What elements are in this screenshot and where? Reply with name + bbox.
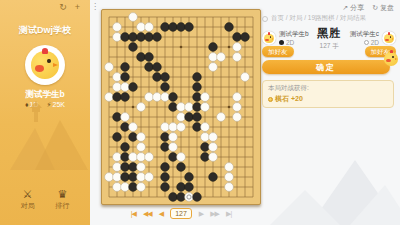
black-stone bbox=[121, 93, 130, 102]
right-player-avatar bbox=[382, 31, 396, 45]
black-stone bbox=[201, 153, 210, 162]
black-stone bbox=[177, 163, 186, 172]
black-stone bbox=[113, 93, 122, 102]
star-point bbox=[228, 106, 231, 109]
black-stone bbox=[193, 93, 202, 102]
white-stone bbox=[137, 173, 146, 182]
white-stone bbox=[169, 133, 178, 142]
white-stone bbox=[161, 93, 170, 102]
white-stone bbox=[145, 173, 154, 182]
white-stone bbox=[209, 133, 218, 142]
black-stone bbox=[145, 63, 154, 72]
sidebar-item-label: 排行 bbox=[55, 201, 69, 211]
move-number[interactable]: 127 bbox=[170, 208, 192, 219]
review-icon: ↻ bbox=[372, 4, 378, 11]
black-stone bbox=[177, 193, 186, 202]
white-stone bbox=[113, 163, 122, 172]
black-stone bbox=[121, 173, 130, 182]
left-player: 测试学生b 2D bbox=[262, 30, 309, 46]
white-stone bbox=[169, 143, 178, 152]
chicken-mascot-icon bbox=[31, 51, 58, 78]
white-stone bbox=[121, 113, 130, 122]
peeking-chicken-icon bbox=[384, 52, 398, 66]
black-stone bbox=[177, 23, 186, 32]
black-stone bbox=[185, 113, 194, 122]
black-stone bbox=[153, 73, 162, 82]
black-stone bbox=[161, 143, 170, 152]
black-stone bbox=[113, 133, 122, 142]
white-stone bbox=[233, 113, 242, 122]
black-stone bbox=[121, 163, 130, 172]
white-stone bbox=[129, 13, 138, 22]
star-point bbox=[180, 46, 183, 49]
black-stone bbox=[161, 133, 170, 142]
white-stone bbox=[185, 193, 194, 202]
black-stone bbox=[129, 183, 138, 192]
sidebar-mountain-art bbox=[0, 100, 90, 180]
white-stone bbox=[137, 163, 146, 172]
reward-box: 本局对战获得: 棋石 +20 bbox=[262, 80, 394, 108]
move-controls: |◀ ◀◀ ◀ 127 ▶ ▶▶ ▶| bbox=[101, 208, 261, 219]
black-stone bbox=[233, 33, 242, 42]
black-stone bbox=[169, 153, 178, 162]
white-stone bbox=[209, 143, 218, 152]
black-stone bbox=[169, 93, 178, 102]
black-stone bbox=[129, 33, 138, 42]
black-stone bbox=[201, 143, 210, 152]
white-stone bbox=[225, 163, 234, 172]
white-stone bbox=[177, 113, 186, 122]
black-stone bbox=[209, 173, 218, 182]
main-area: ⋮ |◀ ◀◀ ◀ 127 ▶ ▶▶ ▶| ↗ 分享 ↻ 复盘 首页 / 对局 … bbox=[90, 0, 400, 225]
last-move-button[interactable]: ▶| bbox=[226, 210, 231, 217]
white-stone bbox=[105, 93, 114, 102]
left-player-name: 测试学生b bbox=[279, 30, 309, 38]
black-stone bbox=[185, 183, 194, 192]
panel-toggle-handle[interactable]: ⋮ bbox=[91, 2, 99, 11]
black-stone bbox=[121, 33, 130, 42]
left-player-avatar bbox=[262, 31, 276, 45]
black-stone bbox=[161, 183, 170, 192]
friend-buttons-row: 加好友 加好友 bbox=[262, 46, 396, 57]
white-stone bbox=[137, 23, 146, 32]
share-icon: ↗ bbox=[342, 4, 348, 11]
add-icon[interactable]: + bbox=[75, 3, 80, 12]
white-stone bbox=[201, 133, 210, 142]
share-link[interactable]: ↗ 分享 bbox=[342, 3, 364, 13]
white-stone bbox=[113, 183, 122, 192]
review-link[interactable]: ↻ 复盘 bbox=[372, 3, 394, 13]
white-stone bbox=[225, 183, 234, 192]
chicken-avatar-icon bbox=[384, 34, 394, 44]
white-stone bbox=[113, 153, 122, 162]
back-10-button[interactable]: ◀◀ bbox=[143, 210, 152, 217]
white-stone bbox=[137, 183, 146, 192]
white-stone bbox=[137, 103, 146, 112]
white-stone bbox=[129, 123, 138, 132]
black-stone bbox=[193, 193, 202, 202]
white-stone-icon bbox=[364, 40, 369, 45]
black-stone bbox=[193, 73, 202, 82]
crown-icon: ♛ bbox=[57, 189, 67, 200]
white-stone bbox=[153, 93, 162, 102]
white-stone bbox=[161, 123, 170, 132]
black-stone bbox=[161, 173, 170, 182]
star-point bbox=[132, 106, 135, 109]
white-stone bbox=[233, 43, 242, 52]
breadcrumb-icon bbox=[262, 16, 268, 22]
black-stone bbox=[209, 43, 218, 52]
white-stone bbox=[177, 123, 186, 132]
black-stone bbox=[129, 173, 138, 182]
black-stone bbox=[121, 63, 130, 72]
white-stone bbox=[185, 103, 194, 112]
black-stone bbox=[161, 73, 170, 82]
confirm-button[interactable]: 确定 bbox=[262, 60, 390, 74]
black-stone bbox=[129, 133, 138, 142]
white-stone bbox=[113, 83, 122, 92]
white-stone bbox=[137, 143, 146, 152]
result-panel: ↗ 分享 ↻ 复盘 首页 / 对局 / 19路围棋 / 对局结果 测试学生b 2… bbox=[262, 0, 396, 225]
black-stone bbox=[153, 63, 162, 72]
white-stone bbox=[177, 153, 186, 162]
white-stone bbox=[209, 153, 218, 162]
black-stone-icon bbox=[279, 40, 284, 45]
black-stone bbox=[121, 153, 130, 162]
black-stone bbox=[161, 163, 170, 172]
black-stone bbox=[121, 143, 130, 152]
white-stone bbox=[217, 53, 226, 62]
breadcrumb[interactable]: 首页 / 对局 / 19路围棋 / 对局结果 bbox=[262, 14, 366, 23]
white-stone bbox=[201, 93, 210, 102]
refresh-icon[interactable]: ↻ bbox=[59, 3, 67, 12]
white-stone bbox=[113, 73, 122, 82]
black-stone bbox=[113, 113, 122, 122]
white-stone bbox=[201, 123, 210, 132]
black-stone bbox=[145, 53, 154, 62]
white-stone bbox=[233, 103, 242, 112]
white-stone bbox=[145, 23, 154, 32]
right-player-name: 测试学生c bbox=[350, 30, 379, 38]
forward-10-button[interactable]: ▶▶ bbox=[210, 210, 219, 217]
white-stone bbox=[137, 133, 146, 142]
black-stone bbox=[177, 183, 186, 192]
crossed-swords-icon: ⚔ bbox=[23, 189, 33, 200]
black-stone bbox=[185, 173, 194, 182]
coin-icon bbox=[268, 97, 273, 102]
black-stone bbox=[185, 23, 194, 32]
sidebar: ↻ + 测试Dwj学校 测试学生b ♦1D ⚡25K ⚔ 对局 ♛ 排行 bbox=[0, 0, 90, 225]
black-stone bbox=[225, 23, 234, 32]
black-stone bbox=[193, 123, 202, 132]
black-stone bbox=[169, 193, 178, 202]
black-stone bbox=[241, 33, 250, 42]
white-stone bbox=[225, 173, 234, 182]
winner-text: 黑胜 bbox=[317, 26, 341, 41]
right-player: 测试学生c 2D bbox=[350, 30, 396, 46]
black-stone bbox=[137, 33, 146, 42]
white-stone bbox=[113, 173, 122, 182]
black-stone bbox=[137, 53, 146, 62]
chicken-avatar-icon bbox=[264, 34, 274, 44]
avatar bbox=[25, 45, 65, 85]
black-stone bbox=[129, 163, 138, 172]
back-button[interactable]: ◀ bbox=[159, 210, 163, 217]
white-stone bbox=[209, 53, 218, 62]
white-stone bbox=[233, 93, 242, 102]
black-stone bbox=[121, 73, 130, 82]
black-stone bbox=[193, 113, 202, 122]
black-stone bbox=[193, 83, 202, 92]
black-stone bbox=[129, 43, 138, 52]
black-stone bbox=[145, 33, 154, 42]
white-stone bbox=[105, 63, 114, 72]
white-stone bbox=[121, 83, 130, 92]
white-stone bbox=[177, 103, 186, 112]
sidebar-item-duel[interactable]: ⚔ 对局 bbox=[21, 189, 35, 211]
black-stone bbox=[129, 83, 138, 92]
black-stone bbox=[161, 83, 170, 92]
sidebar-item-label: 对局 bbox=[21, 201, 35, 211]
white-stone bbox=[233, 53, 242, 62]
white-stone bbox=[201, 103, 210, 112]
black-stone bbox=[161, 23, 170, 32]
black-stone bbox=[169, 103, 178, 112]
first-move-button[interactable]: |◀ bbox=[131, 210, 136, 217]
white-stone bbox=[217, 113, 226, 122]
star-point bbox=[228, 46, 231, 49]
white-stone bbox=[209, 63, 218, 72]
white-stone bbox=[113, 33, 122, 42]
black-stone bbox=[193, 103, 202, 112]
white-stone bbox=[137, 153, 146, 162]
black-stone bbox=[169, 23, 178, 32]
reward-title: 本局对战获得: bbox=[268, 84, 388, 93]
white-stone bbox=[105, 173, 114, 182]
black-stone bbox=[121, 123, 130, 132]
white-stone bbox=[113, 23, 122, 32]
go-board[interactable] bbox=[101, 9, 261, 205]
sidebar-item-ranking[interactable]: ♛ 排行 bbox=[55, 189, 69, 211]
school-name: 测试Dwj学校 bbox=[0, 24, 90, 37]
add-friend-left-button[interactable]: 加好友 bbox=[262, 46, 294, 57]
white-stone bbox=[241, 73, 250, 82]
white-stone bbox=[169, 123, 178, 132]
white-stone bbox=[145, 153, 154, 162]
forward-button[interactable]: ▶ bbox=[199, 210, 203, 217]
white-stone bbox=[145, 93, 154, 102]
black-stone bbox=[153, 33, 162, 42]
reward-value: 棋石 +20 bbox=[275, 94, 303, 104]
white-stone bbox=[129, 153, 138, 162]
white-stone bbox=[121, 183, 130, 192]
